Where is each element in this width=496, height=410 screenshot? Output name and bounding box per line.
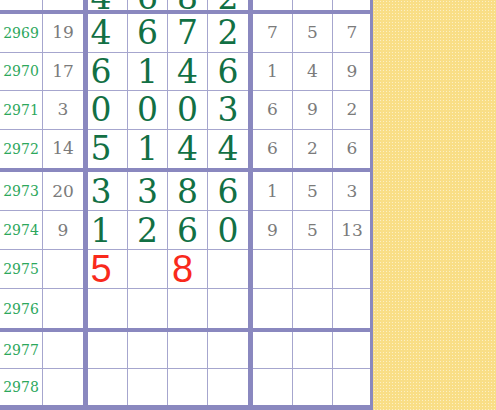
digit-cell: 6: [128, 14, 168, 53]
sum-cell: [43, 289, 83, 328]
digit: 6: [218, 175, 239, 208]
stat-cell: [293, 369, 333, 406]
digit: 3: [91, 175, 112, 208]
side-panel-yellow: [370, 0, 496, 410]
sum-cell: 14: [43, 130, 83, 169]
digit-cell: [88, 289, 128, 328]
digit: 3: [218, 93, 239, 126]
digit: 1: [91, 214, 112, 247]
stat-cell: 13: [333, 211, 371, 250]
digit-cell: 3: [88, 172, 128, 211]
stat-cell: [293, 250, 333, 289]
digit-cell: [208, 289, 248, 328]
stat-cell: 2: [333, 91, 371, 130]
digit: 0: [218, 214, 239, 247]
issue-cell-2974: 2974: [0, 211, 43, 250]
digit: 1: [137, 132, 158, 165]
stat-cell: 1: [253, 53, 293, 92]
digit-cell: 4: [208, 130, 248, 169]
digit: 7: [177, 16, 198, 49]
stat-cell: [253, 250, 293, 289]
digit-cell: 7: [168, 14, 208, 53]
digit: 8: [172, 250, 193, 288]
stat-cell: 6: [333, 130, 371, 169]
digit-cell: 6: [128, 0, 168, 10]
digit: 0: [177, 93, 198, 126]
digit: 8: [177, 175, 198, 208]
digit-cell: [208, 250, 248, 289]
issue-cell-2977: 2977: [0, 332, 43, 369]
digit: 0: [137, 93, 158, 126]
issue-cell-2971: 2971: [0, 91, 43, 130]
digit: 4: [177, 55, 198, 88]
digit: 5: [90, 250, 111, 288]
digit-cell: [168, 332, 208, 369]
sum-cell: 20: [43, 172, 83, 211]
digit-cell: 3: [208, 91, 248, 130]
stat-cell: 5: [293, 172, 333, 211]
sum-cell: [43, 0, 83, 10]
digit-cell: 3: [128, 172, 168, 211]
digit-cell: 1: [88, 211, 128, 250]
lottery-trend-chart: 4682296919467275729701761461492971300036…: [0, 0, 496, 410]
pick-digit-cell: 5: [88, 250, 128, 289]
issue-cell-2978: 2978: [0, 369, 43, 406]
issue-cell-2973: 2973: [0, 172, 43, 211]
digit-cell: 6: [168, 211, 208, 250]
issue-cell-2969: 2969: [0, 14, 43, 53]
trend-grid: 4682296919467275729701761461492971300036…: [0, 0, 371, 410]
digit-cell: [208, 369, 248, 406]
stat-cell: [333, 369, 371, 406]
sum-cell: [43, 369, 83, 406]
digit: 5: [91, 132, 112, 165]
digit-cell: [208, 332, 248, 369]
digit-cell: [88, 369, 128, 406]
digit-cell: 2: [208, 0, 248, 10]
issue-cell-2970: 2970: [0, 53, 43, 92]
digit: 2: [218, 0, 239, 10]
digit: 2: [218, 16, 239, 49]
digit-cell: 4: [168, 130, 208, 169]
digit: 8: [177, 0, 198, 10]
stat-cell: [333, 332, 371, 369]
digit: 4: [91, 0, 112, 10]
stat-cell: 9: [293, 91, 333, 130]
stat-cell: 2: [293, 130, 333, 169]
issue-cell-2976: 2976: [0, 289, 43, 328]
stat-cell: [253, 369, 293, 406]
stat-cell: [293, 332, 333, 369]
stat-cell: 5: [293, 211, 333, 250]
digit-cell: 6: [208, 172, 248, 211]
stat-cell: [293, 289, 333, 328]
digit: 6: [137, 16, 158, 49]
digit: 3: [137, 175, 158, 208]
stat-cell: 1: [253, 172, 293, 211]
stat-cell: [333, 289, 371, 328]
stat-cell: [293, 0, 333, 10]
digit-cell: 8: [168, 172, 208, 211]
digit-cell: 4: [88, 14, 128, 53]
digit: 2: [137, 214, 158, 247]
issue-cell-2972: 2972: [0, 130, 43, 169]
digit-cell: [168, 289, 208, 328]
sum-cell: 3: [43, 91, 83, 130]
sum-cell: 9: [43, 211, 83, 250]
stat-cell: 6: [253, 130, 293, 169]
stat-cell: 9: [253, 211, 293, 250]
stat-cell: 7: [253, 14, 293, 53]
stat-cell: 6: [253, 91, 293, 130]
chart-bottom-border: [0, 405, 371, 410]
digit-cell: 0: [208, 211, 248, 250]
digit-cell: 0: [168, 91, 208, 130]
digit-cell: [88, 332, 128, 369]
stat-cell: 3: [333, 172, 371, 211]
stat-cell: [253, 332, 293, 369]
stat-cell: [333, 0, 371, 10]
digit-cell: [128, 332, 168, 369]
digit: 6: [218, 55, 239, 88]
digit-cell: [168, 369, 208, 406]
digit: 1: [137, 55, 158, 88]
digit-cell: [128, 369, 168, 406]
digit-cell: [128, 250, 168, 289]
sum-cell: [43, 250, 83, 289]
digit: 6: [137, 0, 158, 10]
stat-cell: [333, 250, 371, 289]
stat-cell: [253, 289, 293, 328]
digit-cell: 1: [128, 53, 168, 92]
digit-cell: 6: [88, 53, 128, 92]
digit: 0: [91, 93, 112, 126]
digit-cell: 2: [128, 211, 168, 250]
digit: 4: [177, 132, 198, 165]
stat-cell: 7: [333, 14, 371, 53]
stat-cell: 9: [333, 53, 371, 92]
sum-cell: 19: [43, 14, 83, 53]
issue-cell-2975: 2975: [0, 250, 43, 289]
digit-cell: 2: [208, 14, 248, 53]
digit: 4: [91, 16, 112, 49]
stat-cell: 4: [293, 53, 333, 92]
sum-cell: [43, 332, 83, 369]
digit: 4: [218, 132, 239, 165]
digit-cell: 0: [88, 91, 128, 130]
digit-cell: 4: [168, 53, 208, 92]
digit-cell: 1: [128, 130, 168, 169]
pick-digit-cell: 8: [168, 250, 208, 289]
digit: 6: [91, 55, 112, 88]
stat-cell: [253, 0, 293, 10]
digit-cell: 5: [88, 130, 128, 169]
stat-cell: 5: [293, 14, 333, 53]
issue-cell: [0, 0, 43, 10]
digit-cell: 8: [168, 0, 208, 10]
digit-cell: [128, 289, 168, 328]
digit-cell: 4: [88, 0, 128, 10]
sum-cell: 17: [43, 53, 83, 92]
digit-cell: 0: [128, 91, 168, 130]
digit: 6: [177, 214, 198, 247]
digit-cell: 6: [208, 53, 248, 92]
